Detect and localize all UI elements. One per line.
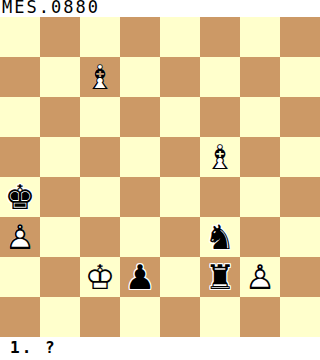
square-a7[interactable]	[0, 57, 40, 97]
square-e4[interactable]	[160, 177, 200, 217]
square-b8[interactable]	[40, 17, 80, 57]
square-e1[interactable]	[160, 297, 200, 337]
square-d8[interactable]	[120, 17, 160, 57]
piece-fill-glyph: ♚	[80, 257, 120, 297]
square-c5[interactable]	[80, 137, 120, 177]
square-h8[interactable]	[280, 17, 320, 57]
square-g5[interactable]	[240, 137, 280, 177]
piece-glyph: ♟	[120, 257, 160, 297]
white-king-c2: ♚♔	[80, 257, 120, 297]
square-g2[interactable]: ♟♙	[240, 257, 280, 297]
square-c2[interactable]: ♚♔	[80, 257, 120, 297]
square-e5[interactable]	[160, 137, 200, 177]
square-b5[interactable]	[40, 137, 80, 177]
square-a6[interactable]	[0, 97, 40, 137]
piece-outline-glyph: ♗	[200, 137, 240, 177]
square-f5[interactable]: ♝♗	[200, 137, 240, 177]
piece-glyph: ♚	[0, 177, 40, 217]
piece-fill-glyph: ♝	[200, 137, 240, 177]
square-f7[interactable]	[200, 57, 240, 97]
piece-outline-glyph: ♔	[80, 257, 120, 297]
black-knight-f3: ♞	[200, 217, 240, 257]
square-a2[interactable]	[0, 257, 40, 297]
white-bishop-c7: ♝♗	[80, 57, 120, 97]
square-f3[interactable]: ♞	[200, 217, 240, 257]
footer-bar: 1. ?	[0, 337, 320, 360]
square-g7[interactable]	[240, 57, 280, 97]
black-king-a4: ♚	[0, 177, 40, 217]
square-b1[interactable]	[40, 297, 80, 337]
square-g6[interactable]	[240, 97, 280, 137]
square-f8[interactable]	[200, 17, 240, 57]
square-d4[interactable]	[120, 177, 160, 217]
square-c3[interactable]	[80, 217, 120, 257]
header-bar: MES.0880	[0, 0, 320, 17]
piece-glyph: ♞	[200, 217, 240, 257]
square-h2[interactable]	[280, 257, 320, 297]
square-a3[interactable]: ♟♙	[0, 217, 40, 257]
piece-fill-glyph: ♟	[240, 257, 280, 297]
square-b4[interactable]	[40, 177, 80, 217]
chess-board: ♝♗♝♗♚♟♙♞♚♔♟♜♟♙	[0, 17, 320, 337]
square-d3[interactable]	[120, 217, 160, 257]
square-g8[interactable]	[240, 17, 280, 57]
square-b7[interactable]	[40, 57, 80, 97]
square-h5[interactable]	[280, 137, 320, 177]
move-prompt-label: 1. ?	[10, 339, 57, 357]
square-c7[interactable]: ♝♗	[80, 57, 120, 97]
square-a8[interactable]	[0, 17, 40, 57]
square-b2[interactable]	[40, 257, 80, 297]
square-f6[interactable]	[200, 97, 240, 137]
square-f1[interactable]	[200, 297, 240, 337]
piece-fill-glyph: ♝	[80, 57, 120, 97]
square-e8[interactable]	[160, 17, 200, 57]
piece-outline-glyph: ♙	[0, 217, 40, 257]
square-h6[interactable]	[280, 97, 320, 137]
black-pawn-d2: ♟	[120, 257, 160, 297]
square-e3[interactable]	[160, 217, 200, 257]
square-f2[interactable]: ♜	[200, 257, 240, 297]
square-b6[interactable]	[40, 97, 80, 137]
square-a4[interactable]: ♚	[0, 177, 40, 217]
diagram-id-label: MES.0880	[2, 0, 100, 16]
square-e2[interactable]	[160, 257, 200, 297]
square-c8[interactable]	[80, 17, 120, 57]
piece-outline-glyph: ♗	[80, 57, 120, 97]
square-e7[interactable]	[160, 57, 200, 97]
piece-fill-glyph: ♟	[0, 217, 40, 257]
square-d5[interactable]	[120, 137, 160, 177]
square-d2[interactable]: ♟	[120, 257, 160, 297]
square-h7[interactable]	[280, 57, 320, 97]
square-c1[interactable]	[80, 297, 120, 337]
square-h4[interactable]	[280, 177, 320, 217]
square-g4[interactable]	[240, 177, 280, 217]
square-a1[interactable]	[0, 297, 40, 337]
square-h3[interactable]	[280, 217, 320, 257]
white-pawn-a3: ♟♙	[0, 217, 40, 257]
square-d6[interactable]	[120, 97, 160, 137]
square-d1[interactable]	[120, 297, 160, 337]
square-g3[interactable]	[240, 217, 280, 257]
white-pawn-g2: ♟♙	[240, 257, 280, 297]
square-f4[interactable]	[200, 177, 240, 217]
square-b3[interactable]	[40, 217, 80, 257]
piece-glyph: ♜	[200, 257, 240, 297]
square-h1[interactable]	[280, 297, 320, 337]
square-e6[interactable]	[160, 97, 200, 137]
white-bishop-f5: ♝♗	[200, 137, 240, 177]
square-a5[interactable]	[0, 137, 40, 177]
piece-outline-glyph: ♙	[240, 257, 280, 297]
square-g1[interactable]	[240, 297, 280, 337]
black-rook-f2: ♜	[200, 257, 240, 297]
square-c4[interactable]	[80, 177, 120, 217]
square-d7[interactable]	[120, 57, 160, 97]
square-c6[interactable]	[80, 97, 120, 137]
